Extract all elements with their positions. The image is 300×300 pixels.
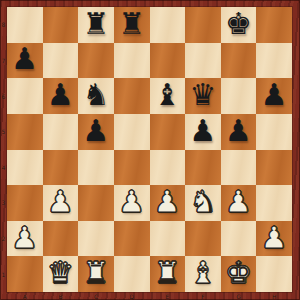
file-label-a: A — [7, 292, 43, 300]
piece-black-pawn: ♟ — [261, 80, 288, 110]
square-d3[interactable]: ♟ — [114, 185, 150, 221]
square-c1[interactable]: ♜ — [78, 256, 114, 292]
square-c2[interactable] — [78, 221, 114, 257]
square-d4[interactable] — [114, 150, 150, 186]
piece-black-knight: ♞ — [83, 80, 110, 110]
piece-black-rook: ♜ — [83, 9, 110, 39]
square-c8[interactable]: ♜ — [78, 7, 114, 43]
piece-black-king: ♚ — [225, 9, 252, 39]
rank-label-4: 4 — [0, 150, 7, 186]
square-b8[interactable] — [43, 7, 79, 43]
file-label-d: D — [114, 292, 150, 300]
square-b7[interactable] — [43, 43, 79, 79]
square-g4[interactable] — [221, 150, 257, 186]
square-h2[interactable]: ♟ — [256, 221, 292, 257]
square-g3[interactable]: ♟ — [221, 185, 257, 221]
square-e8[interactable] — [150, 7, 186, 43]
square-c6[interactable]: ♞ — [78, 78, 114, 114]
piece-white-knight: ♞ — [189, 187, 216, 217]
chess-board: ♜♜♚♟♟♞♝♛♟♟♟♟♟♟♟♞♟♟♟♛♜♜♝♚ 87654321ABCDEFG… — [0, 0, 300, 300]
square-f2[interactable] — [185, 221, 221, 257]
square-a7[interactable]: ♟ — [7, 43, 43, 79]
square-c5[interactable]: ♟ — [78, 114, 114, 150]
square-f4[interactable] — [185, 150, 221, 186]
square-g8[interactable]: ♚ — [221, 7, 257, 43]
piece-black-queen: ♛ — [189, 80, 216, 110]
square-e6[interactable]: ♝ — [150, 78, 186, 114]
rank-label-3: 3 — [0, 185, 7, 221]
piece-white-pawn: ♟ — [225, 187, 252, 217]
square-h3[interactable] — [256, 185, 292, 221]
square-g7[interactable] — [221, 43, 257, 79]
file-label-f: F — [185, 292, 221, 300]
square-a8[interactable] — [7, 7, 43, 43]
square-a5[interactable] — [7, 114, 43, 150]
square-a2[interactable]: ♟ — [7, 221, 43, 257]
square-h7[interactable] — [256, 43, 292, 79]
square-b6[interactable]: ♟ — [43, 78, 79, 114]
rank-label-5: 5 — [0, 114, 7, 150]
rank-label-1: 1 — [0, 256, 7, 292]
square-d7[interactable] — [114, 43, 150, 79]
piece-black-pawn: ♟ — [189, 116, 216, 146]
square-e2[interactable] — [150, 221, 186, 257]
square-b1[interactable]: ♛ — [43, 256, 79, 292]
rank-label-2: 2 — [0, 221, 7, 257]
square-e1[interactable]: ♜ — [150, 256, 186, 292]
piece-white-pawn: ♟ — [11, 223, 38, 253]
square-b2[interactable] — [43, 221, 79, 257]
square-d2[interactable] — [114, 221, 150, 257]
piece-white-pawn: ♟ — [261, 223, 288, 253]
file-label-h: H — [256, 292, 292, 300]
file-label-g: G — [221, 292, 257, 300]
square-b3[interactable]: ♟ — [43, 185, 79, 221]
file-label-c: C — [78, 292, 114, 300]
piece-black-bishop: ♝ — [154, 80, 181, 110]
square-c7[interactable] — [78, 43, 114, 79]
board-grid: ♜♜♚♟♟♞♝♛♟♟♟♟♟♟♟♞♟♟♟♛♜♜♝♚ — [7, 7, 292, 292]
square-f1[interactable]: ♝ — [185, 256, 221, 292]
rank-label-8: 8 — [0, 7, 7, 43]
square-e7[interactable] — [150, 43, 186, 79]
square-a4[interactable] — [7, 150, 43, 186]
square-a6[interactable] — [7, 78, 43, 114]
square-f8[interactable] — [185, 7, 221, 43]
piece-white-rook: ♜ — [154, 258, 181, 288]
square-g1[interactable]: ♚ — [221, 256, 257, 292]
square-h6[interactable]: ♟ — [256, 78, 292, 114]
file-label-e: E — [150, 292, 186, 300]
square-g6[interactable] — [221, 78, 257, 114]
piece-black-pawn: ♟ — [11, 44, 38, 74]
square-f5[interactable]: ♟ — [185, 114, 221, 150]
square-h5[interactable] — [256, 114, 292, 150]
piece-white-queen: ♛ — [47, 258, 74, 288]
piece-white-bishop: ♝ — [189, 258, 216, 288]
piece-black-pawn: ♟ — [225, 116, 252, 146]
file-label-b: B — [43, 292, 79, 300]
square-b4[interactable] — [43, 150, 79, 186]
square-d1[interactable] — [114, 256, 150, 292]
piece-black-rook: ♜ — [118, 9, 145, 39]
square-f6[interactable]: ♛ — [185, 78, 221, 114]
square-c4[interactable] — [78, 150, 114, 186]
piece-white-pawn: ♟ — [47, 187, 74, 217]
square-e5[interactable] — [150, 114, 186, 150]
piece-white-pawn: ♟ — [154, 187, 181, 217]
square-a1[interactable] — [7, 256, 43, 292]
piece-black-pawn: ♟ — [83, 116, 110, 146]
square-f7[interactable] — [185, 43, 221, 79]
square-h1[interactable] — [256, 256, 292, 292]
square-b5[interactable] — [43, 114, 79, 150]
square-d6[interactable] — [114, 78, 150, 114]
piece-black-pawn: ♟ — [47, 80, 74, 110]
square-h8[interactable] — [256, 7, 292, 43]
square-d8[interactable]: ♜ — [114, 7, 150, 43]
square-c3[interactable] — [78, 185, 114, 221]
square-e3[interactable]: ♟ — [150, 185, 186, 221]
square-a3[interactable] — [7, 185, 43, 221]
square-f3[interactable]: ♞ — [185, 185, 221, 221]
rank-label-7: 7 — [0, 43, 7, 79]
square-g2[interactable] — [221, 221, 257, 257]
square-h4[interactable] — [256, 150, 292, 186]
piece-white-pawn: ♟ — [118, 187, 145, 217]
piece-white-rook: ♜ — [83, 258, 110, 288]
square-e4[interactable] — [150, 150, 186, 186]
piece-white-king: ♚ — [225, 258, 252, 288]
square-g5[interactable]: ♟ — [221, 114, 257, 150]
square-d5[interactable] — [114, 114, 150, 150]
rank-label-6: 6 — [0, 78, 7, 114]
